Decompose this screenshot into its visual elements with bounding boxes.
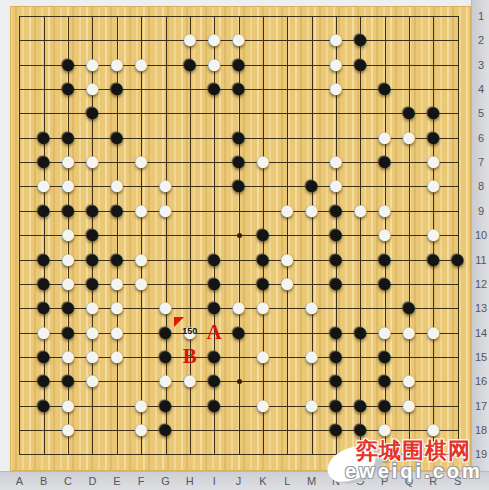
grid-line-v	[263, 16, 264, 455]
annotation-letter-b: B	[183, 344, 197, 369]
column-label: A	[16, 475, 23, 487]
column-label: D	[88, 475, 96, 487]
column-label: K	[259, 475, 266, 487]
grid-line-v	[409, 16, 410, 455]
column-label: L	[284, 475, 290, 487]
row-label: 2	[474, 34, 488, 46]
star-point	[383, 87, 388, 92]
grid-line-h	[19, 308, 458, 309]
grid-line-v	[458, 16, 459, 455]
grid-line-v	[312, 16, 313, 455]
row-label: 11	[474, 254, 488, 266]
row-label: 19	[474, 448, 488, 460]
row-label: 3	[474, 59, 488, 71]
row-label: 13	[474, 302, 488, 314]
grid-line-h	[19, 430, 458, 431]
column-label: C	[64, 475, 72, 487]
column-coordinate-strip	[0, 471, 489, 490]
grid-line-h	[19, 333, 458, 334]
row-label: 4	[474, 83, 488, 95]
column-label: O	[356, 475, 365, 487]
row-label: 6	[474, 132, 488, 144]
row-label: 1	[474, 10, 488, 22]
star-point	[90, 379, 95, 384]
grid-line-h	[19, 357, 458, 358]
row-label: 17	[474, 400, 488, 412]
grid-line-h	[19, 406, 458, 407]
grid-line-h	[19, 454, 458, 455]
column-label: B	[40, 475, 47, 487]
row-label: 5	[474, 107, 488, 119]
grid-line-v	[287, 16, 288, 455]
star-point	[90, 87, 95, 92]
column-label: J	[236, 475, 242, 487]
star-point	[237, 379, 242, 384]
star-point	[383, 233, 388, 238]
grid-line-h	[19, 284, 458, 285]
move-number-label: 150	[178, 326, 202, 336]
column-label: R	[429, 475, 437, 487]
go-app-window: A1B2C3D4E5F6G7H8I9J10K11L12M13N14O15P16Q…	[0, 0, 489, 490]
column-label: F	[138, 475, 145, 487]
row-coordinate-strip	[471, 0, 489, 490]
grid-line-h	[19, 260, 458, 261]
grid-line-v	[360, 16, 361, 455]
row-label: 9	[474, 205, 488, 217]
row-label: 16	[474, 375, 488, 387]
column-label: I	[213, 475, 216, 487]
column-label: P	[381, 475, 388, 487]
column-label: N	[332, 475, 340, 487]
annotation-letter-a: A	[207, 320, 222, 345]
column-label: S	[454, 475, 461, 487]
row-label: 15	[474, 351, 488, 363]
column-label: M	[307, 475, 316, 487]
column-label: G	[161, 475, 170, 487]
grid-line-v	[336, 16, 337, 455]
row-label: 8	[474, 180, 488, 192]
star-point	[383, 379, 388, 384]
grid-line-v	[433, 16, 434, 455]
row-label: 18	[474, 424, 488, 436]
column-label: Q	[405, 475, 414, 487]
row-label: 12	[474, 278, 488, 290]
star-point	[237, 87, 242, 92]
star-point	[90, 233, 95, 238]
row-label: 14	[474, 327, 488, 339]
row-label: 7	[474, 156, 488, 168]
column-label: H	[186, 475, 194, 487]
star-point	[237, 233, 242, 238]
goban[interactable]	[10, 6, 471, 471]
row-label: 10	[474, 229, 488, 241]
column-label: E	[113, 475, 120, 487]
last-move-marker-icon	[174, 317, 184, 327]
